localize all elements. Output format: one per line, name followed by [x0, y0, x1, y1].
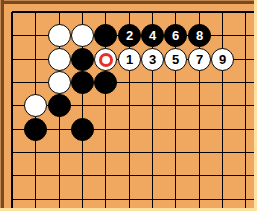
go-stone-black-move-6: 6 [164, 24, 187, 47]
stone-move-number: 2 [126, 29, 133, 42]
board-edge-line-left [11, 12, 13, 208]
stone-move-number: 1 [126, 53, 133, 66]
stone-move-number: 6 [172, 29, 179, 42]
go-stone-white [48, 24, 71, 47]
grid-line-horizontal [12, 152, 254, 153]
go-stone-white-move-7: 7 [188, 48, 211, 71]
go-stone-white [48, 71, 71, 94]
go-stone-white-move-1: 1 [118, 48, 141, 71]
stone-move-number: 3 [149, 53, 156, 66]
grid-line-horizontal [12, 175, 254, 176]
board-edge-line-top [12, 11, 254, 13]
go-board: 246813579 [0, 0, 257, 211]
stone-move-number: 8 [196, 29, 203, 42]
frame-border-bottom-pale [0, 208, 257, 211]
go-stone-white [48, 48, 71, 71]
go-stone-black-move-4: 4 [141, 24, 164, 47]
stone-move-number: 9 [219, 53, 226, 66]
stone-move-number: 4 [149, 29, 156, 42]
go-stone-white-move-3: 3 [141, 48, 164, 71]
go-stone-black [94, 24, 117, 47]
go-stone-white [71, 24, 94, 47]
go-stone-black-move-8: 8 [188, 24, 211, 47]
frame-border-top-dark [0, 1, 257, 4]
go-stone-black-move-2: 2 [118, 24, 141, 47]
grid-line-horizontal [12, 199, 254, 200]
go-stone-white [24, 94, 47, 117]
frame-border-right-pale [254, 0, 257, 211]
go-stone-white-move-5: 5 [164, 48, 187, 71]
go-stone-black [71, 71, 94, 94]
go-stone-white-move-9: 9 [211, 48, 234, 71]
go-stone-black [71, 118, 94, 141]
board-frame: 246813579 [0, 0, 257, 211]
go-stone-black [48, 94, 71, 117]
grid-line-vertical [245, 12, 246, 208]
grid-line-vertical [222, 12, 223, 208]
go-stone-black [94, 71, 117, 94]
red-circle-marker-icon [99, 53, 113, 67]
go-stone-black [24, 118, 47, 141]
go-stone-black [71, 48, 94, 71]
frame-border-left-dark [1, 0, 4, 211]
go-stone-white-marked [94, 48, 117, 71]
grid-line-horizontal [12, 129, 254, 130]
stone-move-number: 7 [196, 53, 203, 66]
stone-move-number: 5 [172, 53, 179, 66]
